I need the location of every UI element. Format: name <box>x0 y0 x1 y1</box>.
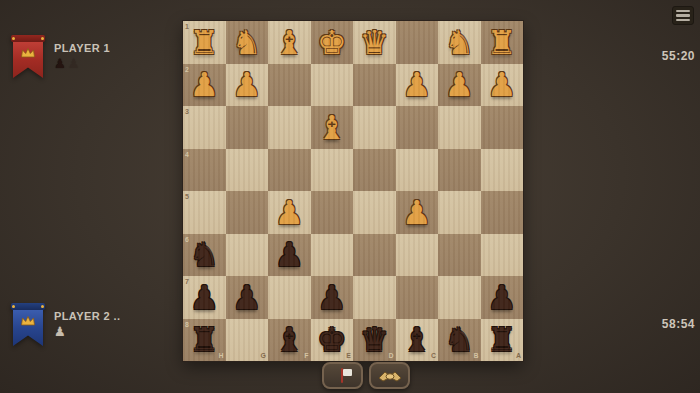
hamburger-icon <box>676 14 690 17</box>
white-pawn[interactable]: ♟ <box>481 64 524 107</box>
square-c3[interactable] <box>396 106 439 149</box>
file-label-d: D <box>388 352 393 359</box>
white-pawn[interactable]: ♟ <box>183 64 226 107</box>
resign-button[interactable] <box>322 362 363 389</box>
file-label-h: H <box>218 352 223 359</box>
square-a5[interactable] <box>481 191 524 234</box>
white-pawn[interactable]: ♟ <box>396 191 439 234</box>
square-c7[interactable] <box>396 276 439 319</box>
square-e6[interactable] <box>311 234 354 277</box>
square-f5[interactable]: ♟ <box>268 191 311 234</box>
black-pawn[interactable]: ♟ <box>481 276 524 319</box>
captured-black-pawn-icon: ♟ <box>54 57 66 70</box>
file-label-a: A <box>516 352 521 359</box>
banner-body <box>13 306 43 346</box>
crown-icon <box>20 315 36 327</box>
square-f6[interactable]: ♟ <box>268 234 311 277</box>
square-g8[interactable]: G <box>226 319 269 362</box>
square-b2[interactable]: ♟ <box>438 64 481 107</box>
square-a6[interactable] <box>481 234 524 277</box>
white-pawn[interactable]: ♟ <box>396 64 439 107</box>
player1-panel: PLAYER 1 ♟ ♟ <box>13 35 110 78</box>
square-h2[interactable]: 2♟ <box>183 64 226 107</box>
square-c6[interactable] <box>396 234 439 277</box>
file-label-b: B <box>473 352 478 359</box>
white-pawn[interactable]: ♟ <box>268 191 311 234</box>
square-d8[interactable]: D♛ <box>353 319 396 362</box>
square-e4[interactable] <box>311 149 354 192</box>
square-h5[interactable]: 5 <box>183 191 226 234</box>
black-pawn[interactable]: ♟ <box>226 276 269 319</box>
square-a2[interactable]: ♟ <box>481 64 524 107</box>
square-c4[interactable] <box>396 149 439 192</box>
square-e3[interactable]: ♝ <box>311 106 354 149</box>
square-d4[interactable] <box>353 149 396 192</box>
handshake-icon <box>378 368 402 384</box>
player1-clock: 55:20 <box>662 49 695 63</box>
white-bishop[interactable]: ♝ <box>311 106 354 149</box>
player1-banner <box>13 35 43 78</box>
hamburger-icon <box>676 10 690 13</box>
rank-label-5: 5 <box>185 193 189 200</box>
white-bishop[interactable]: ♝ <box>268 21 311 64</box>
square-g1[interactable]: ♞ <box>226 21 269 64</box>
player2-captured-pieces: ♟ <box>54 325 120 338</box>
hamburger-icon <box>676 19 690 22</box>
black-pawn[interactable]: ♟ <box>268 234 311 277</box>
square-g6[interactable] <box>226 234 269 277</box>
player1-info: PLAYER 1 ♟ ♟ <box>54 35 110 78</box>
player1-captured-pieces: ♟ ♟ <box>54 57 110 70</box>
square-g3[interactable] <box>226 106 269 149</box>
square-b5[interactable] <box>438 191 481 234</box>
square-b4[interactable] <box>438 149 481 192</box>
square-b3[interactable] <box>438 106 481 149</box>
square-e8[interactable]: E♚ <box>311 319 354 362</box>
square-h7[interactable]: 7♟ <box>183 276 226 319</box>
rank-label-1: 1 <box>185 23 189 30</box>
white-pawn[interactable]: ♟ <box>226 64 269 107</box>
square-g2[interactable]: ♟ <box>226 64 269 107</box>
square-h4[interactable]: 4 <box>183 149 226 192</box>
white-pawn[interactable]: ♟ <box>438 64 481 107</box>
black-pawn[interactable]: ♟ <box>311 276 354 319</box>
menu-button[interactable] <box>672 6 694 25</box>
square-e1[interactable]: ♚ <box>311 21 354 64</box>
player2-name: PLAYER 2 .. <box>54 310 120 322</box>
player2-panel: PLAYER 2 .. ♟ <box>13 303 120 346</box>
square-h6[interactable]: 6♞ <box>183 234 226 277</box>
black-knight[interactable]: ♞ <box>183 234 226 277</box>
white-knight[interactable]: ♞ <box>226 21 269 64</box>
square-b6[interactable] <box>438 234 481 277</box>
square-a7[interactable]: ♟ <box>481 276 524 319</box>
square-g4[interactable] <box>226 149 269 192</box>
chess-app: PLAYER 1 ♟ ♟ 55:20 PLAYER 2 .. ♟ 58:54 1… <box>0 0 700 393</box>
square-e7[interactable]: ♟ <box>311 276 354 319</box>
rank-label-6: 6 <box>185 236 189 243</box>
draw-offer-button[interactable] <box>369 362 410 389</box>
rank-label-8: 8 <box>185 321 189 328</box>
black-pawn[interactable]: ♟ <box>183 276 226 319</box>
white-rook[interactable]: ♜ <box>481 21 524 64</box>
player1-name: PLAYER 1 <box>54 42 110 54</box>
white-flag-icon <box>334 367 352 384</box>
player2-banner <box>13 303 43 346</box>
game-controls <box>322 362 410 389</box>
white-knight[interactable]: ♞ <box>438 21 481 64</box>
square-a8[interactable]: A♜ <box>481 319 524 362</box>
banner-bar <box>11 35 45 42</box>
square-a4[interactable] <box>481 149 524 192</box>
square-h3[interactable]: 3 <box>183 106 226 149</box>
chess-board: 1♜♞♝♚♛♞♜2♟♟♟♟♟3♝45♟♟6♞♟7♟♟♟♟8H♜GF♝E♚D♛C♝… <box>183 21 523 361</box>
square-f7[interactable] <box>268 276 311 319</box>
rank-label-2: 2 <box>185 66 189 73</box>
file-label-g: G <box>261 352 266 359</box>
square-c2[interactable]: ♟ <box>396 64 439 107</box>
square-f2[interactable] <box>268 64 311 107</box>
banner-body <box>13 38 43 78</box>
square-b7[interactable] <box>438 276 481 319</box>
square-d6[interactable] <box>353 234 396 277</box>
rank-label-7: 7 <box>185 278 189 285</box>
square-d1[interactable]: ♛ <box>353 21 396 64</box>
square-e5[interactable] <box>311 191 354 234</box>
square-f8[interactable]: F♝ <box>268 319 311 362</box>
rank-label-4: 4 <box>185 151 189 158</box>
rank-label-3: 3 <box>185 108 189 115</box>
white-queen[interactable]: ♛ <box>353 21 396 64</box>
square-b1[interactable]: ♞ <box>438 21 481 64</box>
square-c1[interactable] <box>396 21 439 64</box>
square-g5[interactable] <box>226 191 269 234</box>
white-king[interactable]: ♚ <box>311 21 354 64</box>
player2-clock: 58:54 <box>662 317 695 331</box>
square-h1[interactable]: 1♜ <box>183 21 226 64</box>
square-a3[interactable] <box>481 106 524 149</box>
square-e2[interactable] <box>311 64 354 107</box>
square-g7[interactable]: ♟ <box>226 276 269 319</box>
square-d2[interactable] <box>353 64 396 107</box>
square-d7[interactable] <box>353 276 396 319</box>
square-f4[interactable] <box>268 149 311 192</box>
square-d3[interactable] <box>353 106 396 149</box>
square-c5[interactable]: ♟ <box>396 191 439 234</box>
square-f3[interactable] <box>268 106 311 149</box>
crown-icon <box>20 47 36 59</box>
flag-cloth <box>343 369 352 376</box>
captured-white-pawn-icon: ♟ <box>54 325 66 338</box>
banner-bar <box>11 303 45 310</box>
square-d5[interactable] <box>353 191 396 234</box>
square-c8[interactable]: C♝ <box>396 319 439 362</box>
square-h8[interactable]: 8H♜ <box>183 319 226 362</box>
white-rook[interactable]: ♜ <box>183 21 226 64</box>
file-label-e: E <box>346 352 351 359</box>
file-label-c: C <box>431 352 436 359</box>
square-f1[interactable]: ♝ <box>268 21 311 64</box>
player2-info: PLAYER 2 .. ♟ <box>54 303 120 346</box>
file-label-f: F <box>304 352 308 359</box>
square-b8[interactable]: B♞ <box>438 319 481 362</box>
captured-black-pawn-faded-icon: ♟ <box>68 57 80 70</box>
square-a1[interactable]: ♜ <box>481 21 524 64</box>
